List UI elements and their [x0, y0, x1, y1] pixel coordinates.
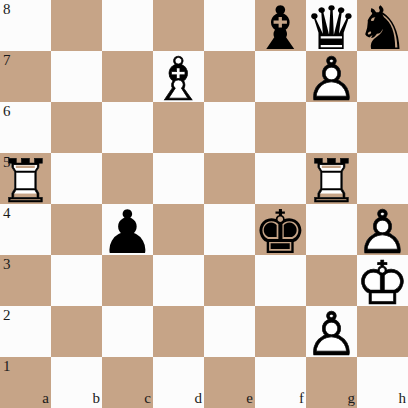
- white-king[interactable]: ♚♔: [357, 255, 408, 306]
- square-f8[interactable]: ♝: [255, 0, 306, 51]
- square-h7[interactable]: [357, 51, 408, 102]
- square-f4[interactable]: ♚: [255, 204, 306, 255]
- square-d4[interactable]: [153, 204, 204, 255]
- square-a3[interactable]: 3: [0, 255, 51, 306]
- square-e4[interactable]: [204, 204, 255, 255]
- square-d8[interactable]: [153, 0, 204, 51]
- square-g4[interactable]: [306, 204, 357, 255]
- rank-label-6: 6: [3, 104, 11, 119]
- square-d6[interactable]: [153, 102, 204, 153]
- file-label-h: h: [399, 391, 407, 406]
- white-rook-icon: ♖: [0, 155, 51, 206]
- square-a6[interactable]: 6: [0, 102, 51, 153]
- square-e7[interactable]: [204, 51, 255, 102]
- black-king-icon: ♚: [255, 206, 306, 257]
- square-b7[interactable]: [51, 51, 102, 102]
- square-g7[interactable]: ♟♙: [306, 51, 357, 102]
- white-king-fill: ♚: [357, 257, 408, 308]
- black-queen-icon: ♛: [306, 2, 357, 53]
- white-rook-fill: ♜: [306, 155, 357, 206]
- white-pawn-fill: ♟: [306, 308, 357, 359]
- square-h6[interactable]: [357, 102, 408, 153]
- square-g1[interactable]: g: [306, 357, 357, 408]
- square-b2[interactable]: [51, 306, 102, 357]
- black-knight-icon: ♞: [357, 2, 408, 53]
- square-g6[interactable]: [306, 102, 357, 153]
- square-e3[interactable]: [204, 255, 255, 306]
- square-d3[interactable]: [153, 255, 204, 306]
- square-b1[interactable]: b: [51, 357, 102, 408]
- white-pawn[interactable]: ♟♙: [357, 204, 408, 255]
- square-f7[interactable]: [255, 51, 306, 102]
- file-label-e: e: [246, 391, 253, 406]
- square-h8[interactable]: ♞: [357, 0, 408, 51]
- white-pawn-fill: ♟: [357, 206, 408, 257]
- file-label-f: f: [299, 391, 304, 406]
- white-pawn-icon: ♙: [357, 206, 408, 257]
- rank-label-4: 4: [3, 206, 11, 221]
- square-a5[interactable]: 5♜♖: [0, 153, 51, 204]
- rank-label-1: 1: [3, 359, 11, 374]
- white-pawn-fill: ♟: [306, 53, 357, 104]
- square-f3[interactable]: [255, 255, 306, 306]
- white-king-icon: ♔: [357, 257, 408, 308]
- square-h5[interactable]: [357, 153, 408, 204]
- square-d1[interactable]: d: [153, 357, 204, 408]
- square-e5[interactable]: [204, 153, 255, 204]
- square-c6[interactable]: [102, 102, 153, 153]
- rank-label-8: 8: [3, 2, 11, 17]
- white-rook[interactable]: ♜♖: [306, 153, 357, 204]
- square-c5[interactable]: [102, 153, 153, 204]
- square-d7[interactable]: ♝♗: [153, 51, 204, 102]
- square-a8[interactable]: 8: [0, 0, 51, 51]
- white-rook-fill: ♜: [0, 155, 51, 206]
- black-pawn[interactable]: ♟: [102, 204, 153, 255]
- white-bishop-fill: ♝: [153, 53, 204, 104]
- file-label-g: g: [348, 391, 356, 406]
- chess-board: 8♝♛♞7♝♗♟♙65♜♖♜♖4♟♚♟♙3♚♔2♟♙1abcdefgh: [0, 0, 408, 408]
- square-b6[interactable]: [51, 102, 102, 153]
- white-rook[interactable]: ♜♖: [0, 153, 51, 204]
- square-g3[interactable]: [306, 255, 357, 306]
- square-f2[interactable]: [255, 306, 306, 357]
- square-d5[interactable]: [153, 153, 204, 204]
- square-f5[interactable]: [255, 153, 306, 204]
- square-h1[interactable]: h: [357, 357, 408, 408]
- white-rook-icon: ♖: [306, 155, 357, 206]
- white-pawn-icon: ♙: [306, 308, 357, 359]
- square-b5[interactable]: [51, 153, 102, 204]
- white-bishop[interactable]: ♝♗: [153, 51, 204, 102]
- square-a4[interactable]: 4: [0, 204, 51, 255]
- white-pawn[interactable]: ♟♙: [306, 306, 357, 357]
- square-c8[interactable]: [102, 0, 153, 51]
- square-h4[interactable]: ♟♙: [357, 204, 408, 255]
- black-queen[interactable]: ♛: [306, 0, 357, 51]
- square-f6[interactable]: [255, 102, 306, 153]
- square-e1[interactable]: e: [204, 357, 255, 408]
- square-b8[interactable]: [51, 0, 102, 51]
- file-label-d: d: [195, 391, 203, 406]
- square-f1[interactable]: f: [255, 357, 306, 408]
- black-bishop[interactable]: ♝: [255, 0, 306, 51]
- square-c4[interactable]: ♟: [102, 204, 153, 255]
- file-label-b: b: [93, 391, 101, 406]
- file-label-a: a: [42, 391, 49, 406]
- square-c7[interactable]: [102, 51, 153, 102]
- square-d2[interactable]: [153, 306, 204, 357]
- white-pawn[interactable]: ♟♙: [306, 51, 357, 102]
- square-g5[interactable]: ♜♖: [306, 153, 357, 204]
- square-c2[interactable]: [102, 306, 153, 357]
- square-g8[interactable]: ♛: [306, 0, 357, 51]
- square-e2[interactable]: [204, 306, 255, 357]
- white-pawn-icon: ♙: [306, 53, 357, 104]
- black-bishop-icon: ♝: [255, 2, 306, 53]
- square-c3[interactable]: [102, 255, 153, 306]
- square-b3[interactable]: [51, 255, 102, 306]
- square-e8[interactable]: [204, 0, 255, 51]
- square-b4[interactable]: [51, 204, 102, 255]
- rank-label-3: 3: [3, 257, 11, 272]
- square-a7[interactable]: 7: [0, 51, 51, 102]
- white-bishop-icon: ♗: [153, 53, 204, 104]
- black-knight[interactable]: ♞: [357, 0, 408, 51]
- black-king[interactable]: ♚: [255, 204, 306, 255]
- square-e6[interactable]: [204, 102, 255, 153]
- square-a1[interactable]: 1a: [0, 357, 51, 408]
- square-a2[interactable]: 2: [0, 306, 51, 357]
- square-h2[interactable]: [357, 306, 408, 357]
- square-h3[interactable]: ♚♔: [357, 255, 408, 306]
- file-label-c: c: [144, 391, 151, 406]
- rank-label-2: 2: [3, 308, 11, 323]
- square-g2[interactable]: ♟♙: [306, 306, 357, 357]
- black-pawn-icon: ♟: [102, 206, 153, 257]
- square-c1[interactable]: c: [102, 357, 153, 408]
- rank-label-7: 7: [3, 53, 11, 68]
